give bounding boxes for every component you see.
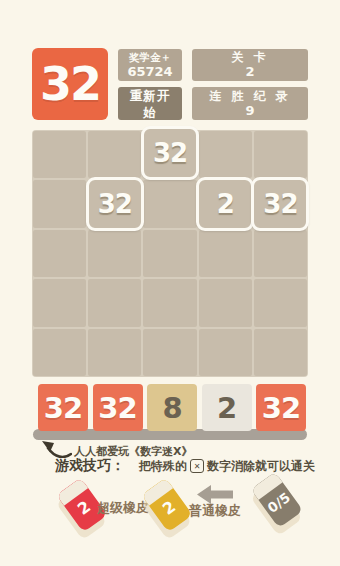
board-cell[interactable]	[143, 180, 196, 227]
super-eraser-label: 超级橡皮	[97, 499, 149, 517]
tray-tile-value: 32	[262, 391, 300, 425]
streak-value: 9	[192, 103, 308, 119]
board-tile[interactable]: 32	[251, 177, 309, 231]
board-cell[interactable]	[33, 279, 86, 326]
tip-text: 把特殊的 ✕ 数字消除就可以通关	[139, 458, 315, 475]
board-cell[interactable]	[143, 230, 196, 277]
tray-tile-value: 32	[98, 391, 136, 425]
board-cell[interactable]	[254, 329, 307, 376]
board-cell[interactable]	[33, 329, 86, 376]
tray-tile-value: 2	[217, 391, 236, 425]
board-cell[interactable]	[199, 230, 252, 277]
board-cell[interactable]	[88, 230, 141, 277]
game-board[interactable]: 3232232	[32, 130, 308, 377]
tray-tile[interactable]: 32	[38, 384, 88, 431]
tray-tile[interactable]: 8	[147, 384, 197, 431]
scholarship-box: 奖学金＋ 65724	[118, 49, 182, 81]
tip-line: 游戏技巧： 把特殊的 ✕ 数字消除就可以通关	[55, 457, 315, 475]
tray-tile[interactable]: 32	[256, 384, 306, 431]
board-cell[interactable]	[88, 279, 141, 326]
board-cell[interactable]	[199, 329, 252, 376]
board-cell[interactable]	[33, 230, 86, 277]
board-cell[interactable]	[254, 230, 307, 277]
board-cell[interactable]	[199, 279, 252, 326]
board-tile-value: 32	[263, 189, 297, 219]
board-tile-value: 32	[98, 189, 132, 219]
streak-label: 连 胜 纪 录	[192, 89, 308, 103]
free-uses-eraser: 0/5	[251, 472, 303, 528]
board-tile[interactable]: 32	[86, 177, 144, 231]
tray-tile-value: 8	[162, 391, 181, 425]
normal-eraser-item[interactable]: 2	[141, 478, 192, 533]
board-cell[interactable]	[33, 180, 86, 227]
board-tile[interactable]: 2	[196, 177, 254, 231]
level-box: 关 卡 2	[192, 49, 308, 81]
board-cell[interactable]	[254, 279, 307, 326]
pointer-left-arrow-icon	[197, 485, 233, 504]
restart-button[interactable]: 重新开始	[118, 87, 182, 120]
board-tile[interactable]: 32	[141, 126, 199, 180]
app-screen: 32 奖学金＋ 65724 重新开始 关 卡 2 连 胜 纪 录 9 32322…	[0, 0, 340, 566]
curved-arrow-icon	[42, 439, 72, 458]
scholarship-label: 奖学金＋	[118, 51, 182, 64]
board-cell[interactable]	[33, 131, 86, 178]
board-cell[interactable]	[88, 329, 141, 376]
streak-box: 连 胜 纪 录 9	[192, 87, 308, 120]
tray-tile-value: 32	[44, 391, 82, 425]
level-value: 2	[192, 64, 308, 80]
scholarship-value: 65724	[118, 64, 182, 80]
current-tile-preview: 32	[32, 48, 108, 120]
board-tile-value: 32	[153, 138, 187, 168]
tray-tile[interactable]: 32	[93, 384, 143, 431]
board-cell[interactable]	[199, 131, 252, 178]
target-number-icon: ✕	[190, 459, 204, 473]
board-cell[interactable]	[254, 131, 307, 178]
board-cell[interactable]	[88, 131, 141, 178]
normal-eraser-label: 普通橡皮	[189, 502, 241, 520]
current-tile-value: 32	[40, 57, 100, 111]
level-label: 关 卡	[192, 50, 308, 64]
tray-tile[interactable]: 2	[202, 384, 252, 431]
board-tile-value: 2	[217, 189, 234, 219]
board-cell[interactable]	[143, 279, 196, 326]
board-cell[interactable]	[143, 329, 196, 376]
tip-label: 游戏技巧：	[55, 457, 125, 475]
